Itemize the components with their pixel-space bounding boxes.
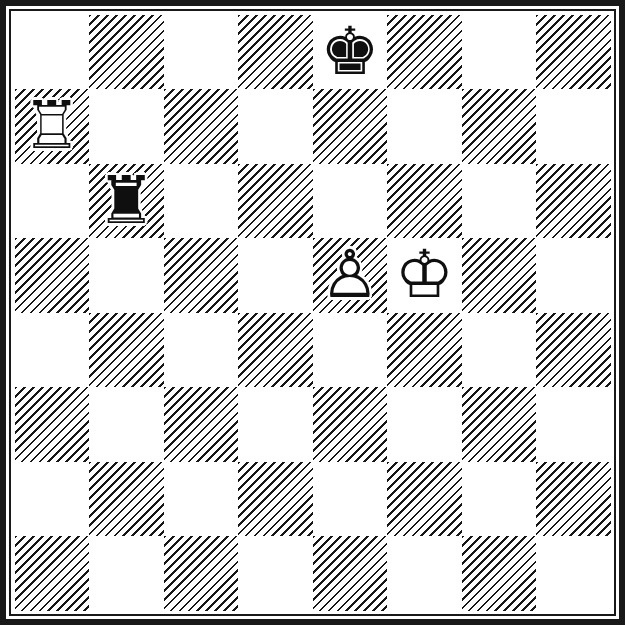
square-h3[interactable] [536, 387, 611, 462]
square-e8[interactable]: ♚♚ [313, 15, 388, 90]
square-g3[interactable] [462, 387, 537, 462]
square-e7[interactable] [313, 89, 388, 164]
black-rook-glyph: ♜ [89, 164, 164, 239]
square-f1[interactable] [387, 536, 462, 611]
square-d1[interactable] [238, 536, 313, 611]
square-c4[interactable] [164, 313, 239, 388]
white-rook[interactable]: ♜♖ [15, 89, 90, 164]
square-c6[interactable] [164, 164, 239, 239]
white-pawn[interactable]: ♟♙ [313, 238, 388, 313]
square-f7[interactable] [387, 89, 462, 164]
chess-board: ♚♚♜♖♜♜♟♙♚♔ [15, 15, 611, 611]
square-g1[interactable] [462, 536, 537, 611]
square-e2[interactable] [313, 462, 388, 537]
square-h5[interactable] [536, 238, 611, 313]
square-c7[interactable] [164, 89, 239, 164]
square-d5[interactable] [238, 238, 313, 313]
square-b4[interactable] [89, 313, 164, 388]
square-g2[interactable] [462, 462, 537, 537]
square-h6[interactable] [536, 164, 611, 239]
square-e3[interactable] [313, 387, 388, 462]
square-g4[interactable] [462, 313, 537, 388]
square-b1[interactable] [89, 536, 164, 611]
diagram-outer-border: ♚♚♜♖♜♜♟♙♚♔ [0, 0, 625, 625]
square-e6[interactable] [313, 164, 388, 239]
square-c2[interactable] [164, 462, 239, 537]
square-d7[interactable] [238, 89, 313, 164]
square-h4[interactable] [536, 313, 611, 388]
square-f4[interactable] [387, 313, 462, 388]
square-e1[interactable] [313, 536, 388, 611]
square-b3[interactable] [89, 387, 164, 462]
square-b6[interactable]: ♜♜ [89, 164, 164, 239]
white-pawn-glyph: ♙ [313, 238, 388, 313]
square-a8[interactable] [15, 15, 90, 90]
square-f8[interactable] [387, 15, 462, 90]
square-a2[interactable] [15, 462, 90, 537]
square-c1[interactable] [164, 536, 239, 611]
black-king[interactable]: ♚♚ [313, 15, 388, 90]
square-b8[interactable] [89, 15, 164, 90]
square-a7[interactable]: ♜♖ [15, 89, 90, 164]
white-rook-glyph: ♖ [15, 89, 90, 164]
square-a3[interactable] [15, 387, 90, 462]
square-h1[interactable] [536, 536, 611, 611]
square-h7[interactable] [536, 89, 611, 164]
square-a5[interactable] [15, 238, 90, 313]
square-g5[interactable] [462, 238, 537, 313]
black-rook[interactable]: ♜♜ [89, 164, 164, 239]
square-f6[interactable] [387, 164, 462, 239]
square-f3[interactable] [387, 387, 462, 462]
square-d2[interactable] [238, 462, 313, 537]
white-king-glyph: ♔ [387, 238, 462, 313]
square-g7[interactable] [462, 89, 537, 164]
white-king[interactable]: ♚♔ [387, 238, 462, 313]
square-c8[interactable] [164, 15, 239, 90]
square-f5[interactable]: ♚♔ [387, 238, 462, 313]
square-f2[interactable] [387, 462, 462, 537]
square-a6[interactable] [15, 164, 90, 239]
square-h2[interactable] [536, 462, 611, 537]
square-b2[interactable] [89, 462, 164, 537]
square-b7[interactable] [89, 89, 164, 164]
square-h8[interactable] [536, 15, 611, 90]
square-g6[interactable] [462, 164, 537, 239]
square-e4[interactable] [313, 313, 388, 388]
black-king-glyph: ♚ [313, 15, 388, 90]
square-c5[interactable] [164, 238, 239, 313]
square-d4[interactable] [238, 313, 313, 388]
square-d3[interactable] [238, 387, 313, 462]
square-b5[interactable] [89, 238, 164, 313]
square-d6[interactable] [238, 164, 313, 239]
square-a4[interactable] [15, 313, 90, 388]
square-e5[interactable]: ♟♙ [313, 238, 388, 313]
square-d8[interactable] [238, 15, 313, 90]
square-g8[interactable] [462, 15, 537, 90]
square-c3[interactable] [164, 387, 239, 462]
diagram-inner-border: ♚♚♜♖♜♜♟♙♚♔ [9, 9, 616, 616]
square-a1[interactable] [15, 536, 90, 611]
